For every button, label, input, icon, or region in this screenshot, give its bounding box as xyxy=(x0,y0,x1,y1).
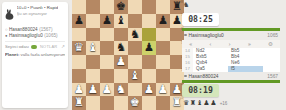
square-c4[interactable] xyxy=(100,55,114,69)
white-queen: ♛ xyxy=(72,41,86,55)
square-e6[interactable]: ♞ xyxy=(128,28,142,42)
game-info-sidebar: 10+0 • Puanlı • Rapid Şu an oynanıyor ○H… xyxy=(2,2,68,108)
black-knight: ♞ xyxy=(114,41,128,55)
square-a3[interactable] xyxy=(72,69,86,83)
white-pawn: ♟ xyxy=(156,83,170,97)
square-g3[interactable] xyxy=(156,69,170,83)
square-e7[interactable] xyxy=(128,14,142,28)
tab-notes[interactable]: NOTLAR xyxy=(40,44,57,49)
bottom-time-bar xyxy=(182,80,280,83)
square-e4[interactable] xyxy=(128,55,142,69)
square-b8[interactable] xyxy=(86,0,100,14)
player-rating: (1065) xyxy=(44,33,57,39)
square-b6[interactable] xyxy=(86,28,100,42)
top-player-rating: 1065 xyxy=(267,33,278,38)
square-f2[interactable]: ♟ xyxy=(142,83,156,97)
white-pawn: ♟ xyxy=(100,83,114,97)
square-c5[interactable] xyxy=(100,41,114,55)
black-king: ♚ xyxy=(114,0,128,14)
captured-rook-icon: ♜ xyxy=(190,99,197,107)
captured-queen-icon: ♛ xyxy=(183,99,190,107)
square-c2[interactable]: ♟ xyxy=(100,83,114,97)
chat-header: Seyirci odası NOTLAR ↗ xyxy=(5,44,65,49)
square-c3[interactable] xyxy=(100,69,114,83)
white-pawn: ♟ xyxy=(142,83,156,97)
square-d5[interactable]: ♞ xyxy=(114,41,128,55)
white-pawn: ♟ xyxy=(114,55,128,69)
captured-knight-icon: ♞ xyxy=(183,1,190,9)
white-knight: ♞ xyxy=(114,83,128,97)
game-panel: ♞ 08:25 Hasimsaglioglu0 1065 «‹›»⚙ 14Nd2… xyxy=(182,0,280,110)
chat-author: Planet: xyxy=(5,52,19,57)
square-g4[interactable] xyxy=(156,55,170,69)
square-a4[interactable] xyxy=(72,55,86,69)
game-status: Şu an oynanıyor xyxy=(17,11,59,16)
square-f8[interactable] xyxy=(142,0,156,14)
white-pawn: ♟ xyxy=(86,83,100,97)
prev-move-icon[interactable]: ‹ xyxy=(209,40,211,48)
sidebar-player[interactable]: ●Hasimsaglioglu0(1065) xyxy=(5,33,65,39)
move-row: 17Qa5f5 xyxy=(182,66,280,72)
square-b7[interactable] xyxy=(86,14,100,28)
sidebar-players: ○Hasan880024(1567)●Hasimsaglioglu0(1065) xyxy=(5,27,65,39)
square-f4[interactable] xyxy=(142,55,156,69)
square-b4[interactable] xyxy=(86,55,100,69)
black-bishop: ♝ xyxy=(114,14,128,28)
black-pawn: ♟ xyxy=(142,41,156,55)
square-b1[interactable] xyxy=(86,96,100,110)
square-d8[interactable]: ♚ xyxy=(114,0,128,14)
square-a6[interactable] xyxy=(72,28,86,42)
square-g7[interactable]: ♟ xyxy=(156,14,170,28)
square-d6[interactable] xyxy=(114,28,128,42)
square-f7[interactable] xyxy=(142,14,156,28)
square-c7[interactable]: ♟ xyxy=(100,14,114,28)
bottom-player-row[interactable]: Hasan880024 1567 xyxy=(182,72,280,80)
square-e2[interactable] xyxy=(128,83,142,97)
square-g1[interactable] xyxy=(156,96,170,110)
square-g6[interactable] xyxy=(156,28,170,42)
square-f3[interactable] xyxy=(142,69,156,83)
bottom-player-rating: 1567 xyxy=(267,74,278,79)
color-symbol: ● xyxy=(5,33,8,39)
square-f6[interactable] xyxy=(142,28,156,42)
white-king: ♚ xyxy=(128,96,142,110)
game-meta: 10+0 • Puanlı • Rapid Şu an oynanıyor xyxy=(5,5,65,24)
analysis-icon[interactable]: ⚙ xyxy=(268,40,273,48)
square-b3[interactable] xyxy=(86,69,100,83)
square-g2[interactable]: ♟ xyxy=(156,83,170,97)
last-move-icon[interactable]: » xyxy=(248,40,251,48)
white-bishop: ♝ xyxy=(86,41,100,55)
move-list: 14Nd2Bb515Bxb5Bb416Qxb4Ne617Qa5f5 xyxy=(182,48,280,73)
square-c1[interactable] xyxy=(100,96,114,110)
bottom-player-name: Hasan880024 xyxy=(189,74,219,79)
tab-spectator-room[interactable]: Seyirci odası xyxy=(5,44,29,49)
online-dot xyxy=(184,34,187,37)
square-e8[interactable] xyxy=(128,0,142,14)
square-d1[interactable] xyxy=(114,96,128,110)
square-a8[interactable] xyxy=(72,0,86,14)
move-number: 17 xyxy=(182,66,193,72)
black-pawn: ♟ xyxy=(156,14,170,28)
black-pawn: ♟ xyxy=(72,14,86,28)
top-player-name: Hasimsaglioglu0 xyxy=(189,33,224,38)
chat-text: valla fazla anlamıyorum :D xyxy=(19,52,65,57)
square-f1[interactable] xyxy=(142,96,156,110)
black-pawn: ♟ xyxy=(100,14,114,28)
square-d4[interactable]: ♟ xyxy=(114,55,128,69)
square-g5[interactable] xyxy=(156,41,170,55)
captured-pieces-top: ♞ xyxy=(183,0,190,10)
captured-pawn-icon: ♟ xyxy=(210,99,217,107)
move-17-black[interactable]: f5 xyxy=(228,66,263,72)
square-c8[interactable] xyxy=(100,0,114,14)
square-e5[interactable] xyxy=(128,41,142,55)
square-d3[interactable] xyxy=(114,69,128,83)
chess-board: ♚♜8♟♟♝♟♟7♞6♛♝♞♟5♟4♝3♟♟♟♞♟♟♟2♜♚♜1 xyxy=(72,0,184,110)
expand-chat-icon[interactable]: ↗ xyxy=(61,44,65,49)
sidebar-divider xyxy=(5,41,65,42)
online-dot xyxy=(184,75,187,78)
bottom-player-clock: 08:19 xyxy=(182,84,219,97)
white-pawn: ♟ xyxy=(72,83,86,97)
rapid-rabbit-icon xyxy=(5,6,14,24)
square-a5[interactable]: ♛ xyxy=(72,41,86,55)
move-17-white[interactable]: Qa5 xyxy=(193,66,228,72)
square-d2[interactable]: ♞ xyxy=(114,83,128,97)
square-a2[interactable]: ♟ xyxy=(72,83,86,97)
chat-message: Planet: valla fazla anlamıyorum :D xyxy=(5,52,65,57)
next-move-icon[interactable]: › xyxy=(229,40,231,48)
material-advantage: +16 xyxy=(220,101,228,106)
move-controls: «‹›»⚙ xyxy=(182,40,280,48)
square-c6[interactable] xyxy=(100,28,114,42)
chat-toggle[interactable] xyxy=(31,45,37,49)
square-e3[interactable]: ♝ xyxy=(128,69,142,83)
top-player-row[interactable]: Hasimsaglioglu0 1065 xyxy=(182,31,280,39)
square-d7[interactable]: ♝ xyxy=(114,14,128,28)
first-move-icon[interactable]: « xyxy=(189,40,192,48)
white-bishop: ♝ xyxy=(128,69,142,83)
square-a1[interactable]: ♜ xyxy=(72,96,86,110)
player-name: Hasimsaglioglu0 xyxy=(9,33,43,39)
square-a7[interactable]: ♟ xyxy=(72,14,86,28)
top-player-clock: 08:25 xyxy=(182,13,219,26)
black-knight: ♞ xyxy=(128,28,142,42)
square-e1[interactable]: ♚ xyxy=(128,96,142,110)
white-rook: ♜ xyxy=(72,96,86,110)
game-meta-line1: 10+0 • Puanlı • Rapid xyxy=(17,5,59,11)
square-b2[interactable]: ♟ xyxy=(86,83,100,97)
captured-pieces-bottom: ♛♜♝♟♟ +16 xyxy=(183,97,227,109)
square-f5[interactable]: ♟ xyxy=(142,41,156,55)
square-g8[interactable] xyxy=(156,0,170,14)
square-b5[interactable]: ♝ xyxy=(86,41,100,55)
